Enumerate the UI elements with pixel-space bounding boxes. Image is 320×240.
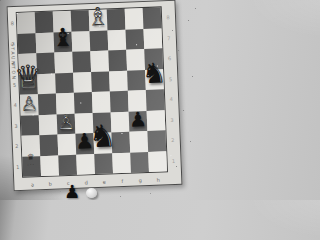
black-knight-h5[interactable]: ♞: [141, 59, 167, 88]
coord-label: a: [23, 181, 41, 188]
pieces-layer: ♗♝♕♞♙♙♟♟♞: [17, 7, 167, 176]
coord-label: g: [131, 177, 149, 184]
chess-board: STAUNTON 87654321 87654321 abcdefgh ♛ ··…: [7, 0, 183, 191]
coord-label: 1: [13, 156, 22, 177]
coord-label: 3: [166, 109, 179, 130]
coord-label: 2: [166, 130, 179, 151]
white-queen-a5[interactable]: ♕: [14, 61, 43, 93]
coord-label: 7: [162, 27, 175, 48]
black-bishop-c7[interactable]: ♝: [51, 25, 74, 51]
coord-label: 8: [162, 7, 175, 28]
white-pawn-c3[interactable]: ♙: [57, 112, 76, 133]
file-labels: abcdefgh: [23, 176, 167, 188]
coord-label: 2: [13, 136, 22, 157]
white-pawn-a4[interactable]: ♙: [20, 94, 38, 114]
coord-label: f: [113, 178, 131, 185]
captured-white-piece[interactable]: [86, 188, 97, 198]
coord-label: 3: [12, 115, 21, 136]
coord-label: e: [95, 178, 113, 185]
white-bishop-e8[interactable]: ♗: [87, 4, 109, 29]
coord-label: 4: [11, 95, 20, 116]
black-pawn-g3[interactable]: ♟: [129, 109, 148, 130]
coord-label: 8: [8, 13, 17, 34]
captured-black-piece[interactable]: ♟: [64, 183, 80, 200]
coord-label: 7: [9, 33, 18, 54]
coord-label: h: [149, 176, 167, 183]
coord-label: 1: [167, 150, 180, 171]
dust-specks-dark: [0, 0, 1, 1]
coord-label: 4: [165, 89, 178, 110]
coord-label: b: [41, 180, 59, 187]
black-knight-e2[interactable]: ♞: [88, 120, 117, 152]
playing-area: ♛ ··· ♗♝♕♞♙♙♟♟♞: [17, 7, 167, 176]
